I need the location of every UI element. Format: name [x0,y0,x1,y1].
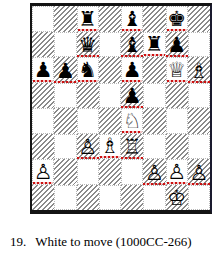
square-b5 [54,83,76,109]
square-f5 [143,83,165,109]
piece-black-pawn: ♟ [123,85,142,108]
square-a5 [32,83,54,109]
square-f4 [143,108,165,134]
square-b4 [54,108,76,134]
square-e1 [121,185,143,211]
piece-black-pawn: ♟ [167,34,186,57]
square-f1 [143,185,165,211]
square-a2: ♙ [32,159,54,185]
square-c3: ♙ [77,134,99,160]
piece-white-queen: ♕ [167,59,186,82]
square-f6 [143,57,165,83]
square-d2 [99,159,121,185]
piece-white-pawn: ♙ [167,161,186,184]
caption: 19.White to move (1000CC-266) [10,234,192,250]
square-c8: ♜ [77,6,99,32]
piece-white-pawn: ♙ [189,162,208,185]
piece-black-knight: ♞ [78,59,97,82]
square-g2: ♙ [166,159,188,185]
square-a4 [32,108,54,134]
square-d4 [99,108,121,134]
square-e3: ♖ [121,134,143,160]
square-h3 [188,134,210,160]
piece-black-pawn: ♟ [123,59,142,82]
piece-black-king: ♚ [167,8,186,31]
square-h8 [188,6,210,32]
square-c6: ♞ [77,57,99,83]
piece-black-bishop: ♝ [123,34,142,57]
piece-white-pawn: ♙ [78,136,97,159]
square-b2 [54,159,76,185]
square-g6: ♕ [166,57,188,83]
diagram-number: 19. [10,234,26,249]
piece-black-rook: ♜ [145,33,164,56]
square-e6: ♟ [121,57,143,83]
square-g5 [166,83,188,109]
piece-white-bishop: ♗ [100,135,119,158]
square-a8 [32,6,54,32]
square-a3 [32,134,54,160]
square-c7: ♛ [77,32,99,58]
square-d8 [99,6,121,32]
square-b3 [54,134,76,160]
square-f3 [143,134,165,160]
square-c5 [77,83,99,109]
square-f7: ♜ [143,32,165,58]
piece-black-rook: ♜ [78,8,97,31]
square-c1 [77,185,99,211]
square-d6 [99,57,121,83]
piece-white-knight: ♘ [123,110,142,133]
square-e5: ♟ [121,83,143,109]
square-h4 [188,108,210,134]
piece-black-pawn: ♟ [56,60,75,83]
square-h2: ♙ [188,159,210,185]
square-d5 [99,83,121,109]
square-h7 [188,32,210,58]
square-e7: ♝ [121,32,143,58]
piece-white-rook: ♖ [123,136,142,159]
square-b1 [54,185,76,211]
square-b8 [54,6,76,32]
square-e8: ♝ [121,6,143,32]
square-h1 [188,185,210,211]
square-e2 [121,159,143,185]
piece-black-queen: ♛ [78,34,97,57]
square-g8: ♚ [166,6,188,32]
square-c2 [77,159,99,185]
piece-black-bishop: ♝ [123,8,142,31]
square-g3 [166,134,188,160]
square-d7 [99,32,121,58]
piece-white-bishop: ♗ [189,60,208,83]
square-g7: ♟ [166,32,188,58]
piece-white-pawn: ♙ [34,161,53,184]
square-d1 [99,185,121,211]
diagram-page: ♜♝♚♛♝♜♟♟♟♞♟♕♗♟♘♙♗♖♙♙♙♙♔ 19.White to move… [0,0,214,256]
square-a6: ♟ [32,57,54,83]
square-e4: ♘ [121,108,143,134]
square-h5 [188,83,210,109]
square-g1: ♔ [166,185,188,211]
piece-black-pawn: ♟ [34,59,53,82]
square-d3: ♗ [99,134,121,160]
square-f2: ♙ [143,159,165,185]
piece-white-king: ♔ [167,187,186,210]
square-f8 [143,6,165,32]
piece-white-pawn: ♙ [145,162,164,185]
chess-board: ♜♝♚♛♝♜♟♟♟♞♟♕♗♟♘♙♗♖♙♙♙♙♔ [30,3,212,214]
square-c4 [77,108,99,134]
square-b7 [54,32,76,58]
square-a7 [32,32,54,58]
caption-text: White to move (1000CC-266) [35,234,191,249]
square-g4 [166,108,188,134]
square-h6: ♗ [188,57,210,83]
square-a1 [32,185,54,211]
square-b6: ♟ [54,57,76,83]
